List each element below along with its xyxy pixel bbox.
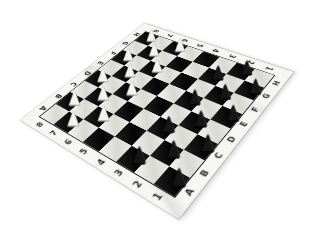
black-cone-piece[interactable]: ▲ — [160, 113, 177, 132]
black-cone-piece[interactable]: ▲ — [169, 164, 188, 185]
black-cone-piece[interactable]: ▲ — [187, 86, 203, 104]
white-cone-piece[interactable]: ▲ — [95, 102, 111, 120]
black-cone-piece[interactable]: ▲ — [210, 62, 225, 79]
black-cone-piece[interactable]: ▲ — [130, 143, 148, 163]
white-cone-piece[interactable]: ▲ — [65, 107, 81, 125]
white-cone-piece[interactable]: ▲ — [150, 55, 164, 71]
white-cone-piece[interactable]: ▲ — [95, 83, 110, 100]
black-cone-piece[interactable]: ▲ — [247, 75, 263, 93]
black-cone-piece[interactable]: ▲ — [198, 131, 216, 151]
vinyl-chessboard: ABCDEFGH ABCDEFGH 87654321 87654321 ▲▲▲▲… — [21, 23, 294, 219]
black-cone-piece[interactable]: ▲ — [224, 101, 241, 120]
black-cone-piece[interactable]: ▲ — [164, 137, 182, 157]
white-cone-piece[interactable]: ▲ — [124, 78, 139, 95]
board-photo: ABCDEFGH ABCDEFGH 87654321 87654321 ▲▲▲▲… — [0, 0, 310, 235]
black-cone-piece[interactable]: ▲ — [217, 81, 233, 99]
black-cone-piece[interactable]: ▲ — [192, 107, 209, 126]
